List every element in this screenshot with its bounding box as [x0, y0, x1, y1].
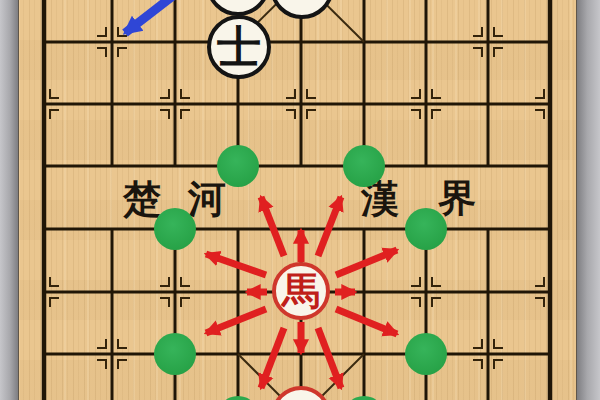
red-move-arrow-NNW [261, 197, 284, 256]
red-move-arrow-WNW [206, 254, 266, 275]
annotation-arrows [0, 0, 600, 400]
piece-glyph: 馬 [282, 272, 320, 310]
xiangqi-board: 楚河漢界 士馬 [0, 0, 600, 400]
red-move-arrow-SSW [261, 328, 284, 388]
piece-black-advisor[interactable]: 士 [207, 15, 271, 79]
red-move-arrow-ESE [336, 309, 397, 334]
blue-pointer-arrow [125, 0, 178, 33]
red-move-arrow-WSW [206, 309, 266, 333]
red-move-arrow-ENE [336, 250, 397, 275]
piece-red-horse[interactable]: 馬 [272, 262, 330, 320]
red-move-arrow-NNE [318, 197, 341, 256]
piece-glyph: 士 [217, 25, 261, 69]
red-move-arrow-SSE [318, 328, 341, 388]
